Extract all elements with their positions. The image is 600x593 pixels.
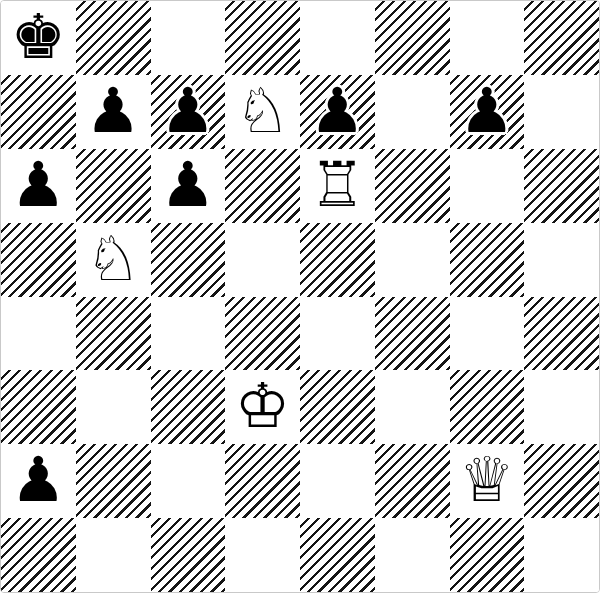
square-e1[interactable]	[300, 518, 375, 592]
square-a3[interactable]	[1, 370, 76, 444]
square-g2[interactable]: ♕	[450, 444, 525, 518]
square-c2[interactable]	[151, 444, 226, 518]
square-h2[interactable]	[524, 444, 599, 518]
square-h1[interactable]	[524, 518, 599, 592]
square-d5[interactable]	[225, 223, 300, 297]
square-a1[interactable]	[1, 518, 76, 592]
square-f7[interactable]	[375, 75, 450, 149]
square-d7[interactable]: ♘	[225, 75, 300, 149]
square-e5[interactable]	[300, 223, 375, 297]
square-d3[interactable]: ♔	[225, 370, 300, 444]
black-pawn-a6-piece: ♟	[11, 154, 67, 218]
square-g4[interactable]	[450, 297, 525, 371]
square-d6[interactable]	[225, 149, 300, 223]
square-h7[interactable]	[524, 75, 599, 149]
square-c4[interactable]	[151, 297, 226, 371]
black-pawn-c7-piece: ♟	[160, 80, 216, 144]
square-b2[interactable]	[76, 444, 151, 518]
black-pawn-c6-piece: ♟	[160, 154, 216, 218]
square-e8[interactable]	[300, 1, 375, 75]
square-g6[interactable]	[450, 149, 525, 223]
square-h3[interactable]	[524, 370, 599, 444]
square-f8[interactable]	[375, 1, 450, 75]
square-f5[interactable]	[375, 223, 450, 297]
square-d2[interactable]	[225, 444, 300, 518]
square-b5[interactable]: ♘	[76, 223, 151, 297]
square-c8[interactable]	[151, 1, 226, 75]
square-b6[interactable]	[76, 149, 151, 223]
square-g3[interactable]	[450, 370, 525, 444]
square-d4[interactable]	[225, 297, 300, 371]
square-a4[interactable]	[1, 297, 76, 371]
square-c5[interactable]	[151, 223, 226, 297]
square-d1[interactable]	[225, 518, 300, 592]
black-pawn-e7-piece: ♟	[310, 80, 366, 144]
white-queen-g2-piece: ♕	[459, 449, 515, 513]
square-g7[interactable]: ♟	[450, 75, 525, 149]
square-a8[interactable]: ♚	[1, 1, 76, 75]
square-g5[interactable]	[450, 223, 525, 297]
square-h6[interactable]	[524, 149, 599, 223]
square-b1[interactable]	[76, 518, 151, 592]
white-rook-e6-piece: ♖	[310, 154, 366, 218]
square-a2[interactable]: ♟	[1, 444, 76, 518]
square-b4[interactable]	[76, 297, 151, 371]
square-a6[interactable]: ♟	[1, 149, 76, 223]
square-c7[interactable]: ♟	[151, 75, 226, 149]
square-b7[interactable]: ♟	[76, 75, 151, 149]
square-b8[interactable]	[76, 1, 151, 75]
square-h8[interactable]	[524, 1, 599, 75]
black-pawn-b7-piece: ♟	[85, 80, 141, 144]
square-a5[interactable]	[1, 223, 76, 297]
black-king-a8-piece: ♚	[11, 6, 67, 70]
square-c6[interactable]: ♟	[151, 149, 226, 223]
square-e2[interactable]	[300, 444, 375, 518]
square-d8[interactable]	[225, 1, 300, 75]
black-pawn-g7-piece: ♟	[459, 80, 515, 144]
square-e6[interactable]: ♖	[300, 149, 375, 223]
white-knight-b5-piece: ♘	[85, 228, 141, 292]
square-a7[interactable]	[1, 75, 76, 149]
black-pawn-a2-piece: ♟	[11, 449, 67, 513]
square-c1[interactable]	[151, 518, 226, 592]
square-f2[interactable]	[375, 444, 450, 518]
white-knight-d7-piece: ♘	[235, 80, 291, 144]
square-c3[interactable]	[151, 370, 226, 444]
square-b3[interactable]	[76, 370, 151, 444]
square-h5[interactable]	[524, 223, 599, 297]
square-f1[interactable]	[375, 518, 450, 592]
white-king-d3-piece: ♔	[235, 375, 291, 439]
square-f3[interactable]	[375, 370, 450, 444]
square-g1[interactable]	[450, 518, 525, 592]
square-h4[interactable]	[524, 297, 599, 371]
square-f4[interactable]	[375, 297, 450, 371]
square-f6[interactable]	[375, 149, 450, 223]
square-e7[interactable]: ♟	[300, 75, 375, 149]
square-e4[interactable]	[300, 297, 375, 371]
square-g8[interactable]	[450, 1, 525, 75]
chess-diagram: ♚♟♟♘♟♟♟♟♖♘♔♟♕	[0, 0, 600, 593]
chess-board: ♚♟♟♘♟♟♟♟♖♘♔♟♕	[0, 0, 600, 593]
square-e3[interactable]	[300, 370, 375, 444]
